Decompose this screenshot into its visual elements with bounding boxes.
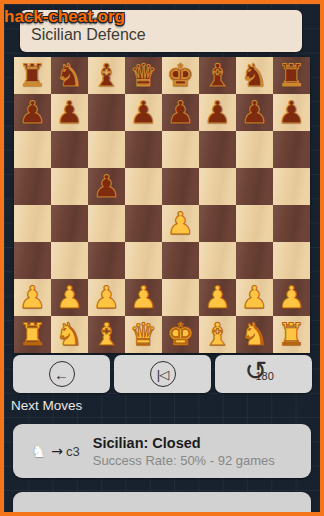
- square-e1[interactable]: ♚: [162, 316, 199, 353]
- white-pawn: ♟: [14, 279, 51, 316]
- square-e8[interactable]: ♚: [162, 57, 199, 94]
- move-notation: c3: [66, 444, 80, 459]
- square-a7[interactable]: ♟: [14, 94, 51, 131]
- square-d1[interactable]: ♛: [125, 316, 162, 353]
- square-f4[interactable]: [199, 205, 236, 242]
- square-f5[interactable]: [199, 168, 236, 205]
- square-h8[interactable]: ♜: [273, 57, 310, 94]
- app-frame: hack-cheat.org Current Opening Sicilian …: [0, 0, 324, 516]
- watermark: hack-cheat.org: [4, 7, 125, 27]
- square-b2[interactable]: ♟: [51, 279, 88, 316]
- white-knight: ♞: [51, 316, 88, 353]
- skip-to-start-button[interactable]: |◁: [114, 355, 211, 393]
- chess-board[interactable]: ♜♞♝♛♚♝♞♜♟♟♟♟♟♟♟♟♟♟♟♟♟♟♟♟♜♞♝♛♚♝♞♜: [14, 57, 310, 353]
- black-pawn: ♟: [162, 94, 199, 131]
- white-bishop: ♝: [88, 316, 125, 353]
- white-pawn: ♟: [199, 279, 236, 316]
- black-rook: ♜: [14, 57, 51, 94]
- black-knight: ♞: [236, 57, 273, 94]
- square-h4[interactable]: [273, 205, 310, 242]
- white-rook: ♜: [273, 316, 310, 353]
- current-opening-value: Sicilian Defence: [31, 26, 302, 44]
- white-pawn: ♟: [162, 205, 199, 242]
- square-e5[interactable]: [162, 168, 199, 205]
- square-e4[interactable]: ♟: [162, 205, 199, 242]
- square-g1[interactable]: ♞: [236, 316, 273, 353]
- square-h2[interactable]: ♟: [273, 279, 310, 316]
- square-c8[interactable]: ♝: [88, 57, 125, 94]
- square-a8[interactable]: ♜: [14, 57, 51, 94]
- square-b8[interactable]: ♞: [51, 57, 88, 94]
- square-c4[interactable]: [88, 205, 125, 242]
- square-e2[interactable]: [162, 279, 199, 316]
- square-f8[interactable]: ♝: [199, 57, 236, 94]
- square-g3[interactable]: [236, 242, 273, 279]
- square-a1[interactable]: ♜: [14, 316, 51, 353]
- square-e3[interactable]: [162, 242, 199, 279]
- opening-stats: Success Rate: 50% - 92 games: [93, 453, 275, 468]
- white-king: ♚: [162, 316, 199, 353]
- white-pawn: ♟: [273, 279, 310, 316]
- square-f1[interactable]: ♝: [199, 316, 236, 353]
- square-f7[interactable]: ♟: [199, 94, 236, 131]
- white-queen: ♛: [125, 316, 162, 353]
- square-d5[interactable]: [125, 168, 162, 205]
- square-b1[interactable]: ♞: [51, 316, 88, 353]
- square-c5[interactable]: ♟: [88, 168, 125, 205]
- rotate-board-button[interactable]: ↺ 180: [215, 355, 312, 393]
- square-d4[interactable]: [125, 205, 162, 242]
- next-move-item-sicilian-closed[interactable]: ♞ → c3 Sicilian: Closed Success Rate: 50…: [13, 424, 311, 478]
- black-bishop: ♝: [199, 57, 236, 94]
- square-g4[interactable]: [236, 205, 273, 242]
- square-a3[interactable]: [14, 242, 51, 279]
- back-button[interactable]: ←: [13, 355, 110, 393]
- square-b5[interactable]: [51, 168, 88, 205]
- square-d6[interactable]: [125, 131, 162, 168]
- square-a5[interactable]: [14, 168, 51, 205]
- square-f3[interactable]: [199, 242, 236, 279]
- square-h7[interactable]: ♟: [273, 94, 310, 131]
- white-pawn: ♟: [88, 279, 125, 316]
- white-knight: ♞: [236, 316, 273, 353]
- white-pawn: ♟: [125, 279, 162, 316]
- black-king: ♚: [162, 57, 199, 94]
- square-b3[interactable]: [51, 242, 88, 279]
- square-h3[interactable]: [273, 242, 310, 279]
- back-arrow-icon: ←: [49, 361, 75, 387]
- square-h1[interactable]: ♜: [273, 316, 310, 353]
- white-pawn: ♟: [236, 279, 273, 316]
- app-screen: hack-cheat.org Current Opening Sicilian …: [4, 4, 320, 512]
- black-knight: ♞: [51, 57, 88, 94]
- square-e6[interactable]: [162, 131, 199, 168]
- black-pawn: ♟: [125, 94, 162, 131]
- white-rook: ♜: [14, 316, 51, 353]
- square-c3[interactable]: [88, 242, 125, 279]
- rotate-180-icon: ↺ 180: [247, 359, 281, 389]
- square-g6[interactable]: [236, 131, 273, 168]
- controls-row: ← |◁ ↺ 180: [4, 355, 320, 393]
- black-pawn: ♟: [199, 94, 236, 131]
- square-g7[interactable]: ♟: [236, 94, 273, 131]
- white-pawn: ♟: [51, 279, 88, 316]
- black-pawn: ♟: [51, 94, 88, 131]
- opening-title: Sicilian: Closed: [93, 435, 275, 451]
- black-bishop: ♝: [88, 57, 125, 94]
- square-a6[interactable]: [14, 131, 51, 168]
- black-pawn: ♟: [236, 94, 273, 131]
- move-arrow-icon: →: [51, 443, 63, 459]
- square-d8[interactable]: ♛: [125, 57, 162, 94]
- square-f2[interactable]: ♟: [199, 279, 236, 316]
- square-c2[interactable]: ♟: [88, 279, 125, 316]
- square-e7[interactable]: ♟: [162, 94, 199, 131]
- black-queen: ♛: [125, 57, 162, 94]
- square-d2[interactable]: ♟: [125, 279, 162, 316]
- white-bishop: ♝: [199, 316, 236, 353]
- square-g8[interactable]: ♞: [236, 57, 273, 94]
- square-f6[interactable]: [199, 131, 236, 168]
- square-b7[interactable]: ♟: [51, 94, 88, 131]
- black-pawn: ♟: [273, 94, 310, 131]
- square-d3[interactable]: [125, 242, 162, 279]
- square-c6[interactable]: [88, 131, 125, 168]
- square-h6[interactable]: [273, 131, 310, 168]
- black-pawn: ♟: [88, 168, 125, 205]
- next-moves-heading: Next Moves: [11, 398, 82, 413]
- black-rook: ♜: [273, 57, 310, 94]
- white-knight-icon: ♞: [31, 441, 46, 461]
- square-a2[interactable]: ♟: [14, 279, 51, 316]
- square-h5[interactable]: [273, 168, 310, 205]
- next-move-item-grand-prix-attack[interactable]: ♟ → Sicilian: Grand Prix Attack: [13, 492, 311, 512]
- square-g5[interactable]: [236, 168, 273, 205]
- skip-to-start-icon: |◁: [150, 361, 176, 387]
- square-c1[interactable]: ♝: [88, 316, 125, 353]
- black-pawn: ♟: [14, 94, 51, 131]
- square-c7[interactable]: [88, 94, 125, 131]
- square-b4[interactable]: [51, 205, 88, 242]
- square-b6[interactable]: [51, 131, 88, 168]
- square-a4[interactable]: [14, 205, 51, 242]
- square-d7[interactable]: ♟: [125, 94, 162, 131]
- square-g2[interactable]: ♟: [236, 279, 273, 316]
